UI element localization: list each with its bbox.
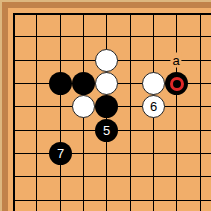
black-stone xyxy=(95,95,118,118)
white-stone xyxy=(72,95,95,118)
white-stone xyxy=(142,72,165,95)
black-stone xyxy=(165,72,188,95)
stones-layer: 657 xyxy=(0,0,211,211)
black-stone: 7 xyxy=(49,142,72,165)
go-diagram: 657 a xyxy=(0,0,211,211)
point-label-a: a xyxy=(170,53,181,68)
move-number: 6 xyxy=(150,95,157,118)
black-stone xyxy=(49,72,72,95)
move-number: 7 xyxy=(57,142,64,165)
white-stone xyxy=(95,72,118,95)
white-stone xyxy=(95,49,118,72)
black-stone xyxy=(72,72,95,95)
black-stone: 5 xyxy=(95,119,118,142)
move-number: 5 xyxy=(103,119,110,142)
white-stone: 6 xyxy=(142,95,165,118)
circle-mark-icon xyxy=(170,77,184,91)
